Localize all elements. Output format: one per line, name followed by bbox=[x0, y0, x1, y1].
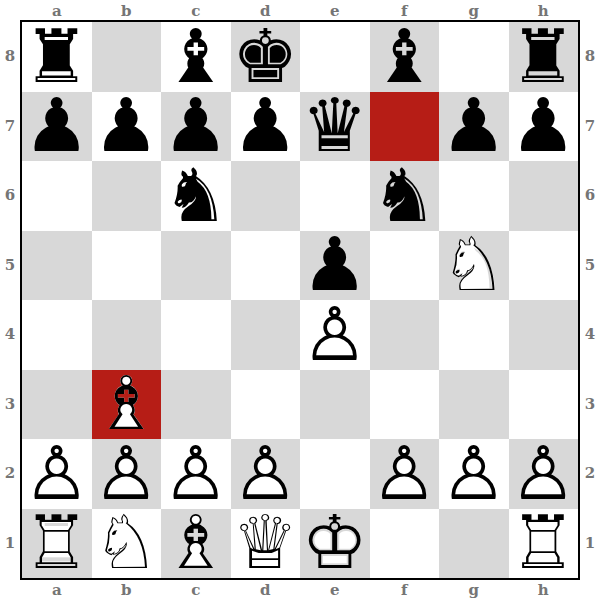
square-c3[interactable] bbox=[161, 370, 231, 440]
square-f3[interactable] bbox=[370, 370, 440, 440]
coord-rank-4-left: 4 bbox=[0, 300, 20, 370]
square-c8[interactable]: ♝ bbox=[161, 22, 231, 92]
square-a6[interactable] bbox=[22, 161, 92, 231]
piece-glyph: ♟ bbox=[300, 227, 370, 301]
square-e3[interactable] bbox=[300, 370, 370, 440]
piece-glyph: ♟ bbox=[439, 88, 509, 162]
square-c5[interactable] bbox=[161, 231, 231, 301]
square-h6[interactable] bbox=[509, 161, 579, 231]
piece-glyph: ♟ bbox=[22, 88, 92, 162]
piece-white-pawn: ♟♙ bbox=[300, 300, 370, 370]
piece-white-pawn: ♟♙ bbox=[22, 439, 92, 509]
piece-outline-glyph: ♙ bbox=[300, 296, 370, 370]
coord-file-b-bottom: b bbox=[92, 580, 162, 600]
square-f7[interactable] bbox=[370, 92, 440, 162]
piece-glyph: ♟ bbox=[161, 88, 231, 162]
coord-rank-6-left: 6 bbox=[0, 161, 20, 231]
square-g4[interactable] bbox=[439, 300, 509, 370]
coord-file-c-bottom: c bbox=[161, 580, 231, 600]
piece-fill-glyph: ♟ bbox=[300, 296, 370, 370]
square-h4[interactable] bbox=[509, 300, 579, 370]
piece-black-pawn: ♟ bbox=[439, 92, 509, 162]
coord-file-f-top: f bbox=[370, 0, 440, 20]
piece-black-rook: ♜ bbox=[22, 22, 92, 92]
piece-glyph: ♜ bbox=[22, 18, 92, 92]
square-a5[interactable] bbox=[22, 231, 92, 301]
piece-white-bishop: ♝♗ bbox=[161, 509, 231, 579]
piece-black-pawn: ♟ bbox=[509, 92, 579, 162]
square-g3[interactable] bbox=[439, 370, 509, 440]
piece-black-knight: ♞ bbox=[161, 161, 231, 231]
chessboard-frame: ♜♝♚♝♜♟♟♟♟♛♟♟♞♞♟♞♘♟♙♝♗♟♙♟♙♟♙♟♙♟♙♟♙♟♙♜♖♞♘♝… bbox=[0, 0, 600, 600]
coord-file-h-bottom: h bbox=[509, 580, 579, 600]
piece-black-rook: ♜ bbox=[509, 22, 579, 92]
piece-outline-glyph: ♙ bbox=[161, 435, 231, 509]
square-h7[interactable]: ♟ bbox=[509, 92, 579, 162]
square-b1[interactable]: ♞♘ bbox=[92, 509, 162, 579]
piece-fill-glyph: ♟ bbox=[22, 435, 92, 509]
piece-black-king: ♚ bbox=[231, 22, 301, 92]
square-d4[interactable] bbox=[231, 300, 301, 370]
piece-fill-glyph: ♟ bbox=[161, 435, 231, 509]
square-e1[interactable]: ♚♔ bbox=[300, 509, 370, 579]
piece-glyph: ♟ bbox=[231, 88, 301, 162]
coord-file-g-top: g bbox=[439, 0, 509, 20]
square-d6[interactable] bbox=[231, 161, 301, 231]
piece-black-pawn: ♟ bbox=[22, 92, 92, 162]
square-c4[interactable] bbox=[161, 300, 231, 370]
piece-black-pawn: ♟ bbox=[231, 92, 301, 162]
piece-fill-glyph: ♞ bbox=[439, 227, 509, 301]
square-g1[interactable] bbox=[439, 509, 509, 579]
piece-outline-glyph: ♙ bbox=[509, 435, 579, 509]
square-d2[interactable]: ♟♙ bbox=[231, 439, 301, 509]
coord-rank-7-left: 7 bbox=[0, 92, 20, 162]
square-e8[interactable] bbox=[300, 22, 370, 92]
piece-fill-glyph: ♟ bbox=[509, 435, 579, 509]
coord-file-a-top: a bbox=[22, 0, 92, 20]
square-h3[interactable] bbox=[509, 370, 579, 440]
piece-white-pawn: ♟♙ bbox=[370, 439, 440, 509]
square-a4[interactable] bbox=[22, 300, 92, 370]
square-b8[interactable] bbox=[92, 22, 162, 92]
square-g2[interactable]: ♟♙ bbox=[439, 439, 509, 509]
square-a7[interactable]: ♟ bbox=[22, 92, 92, 162]
coord-file-e-bottom: e bbox=[300, 580, 370, 600]
piece-fill-glyph: ♞ bbox=[92, 505, 162, 579]
square-d8[interactable]: ♚ bbox=[231, 22, 301, 92]
piece-white-knight: ♞♘ bbox=[92, 509, 162, 579]
square-a2[interactable]: ♟♙ bbox=[22, 439, 92, 509]
square-c6[interactable]: ♞ bbox=[161, 161, 231, 231]
piece-glyph: ♝ bbox=[161, 18, 231, 92]
square-f8[interactable]: ♝ bbox=[370, 22, 440, 92]
piece-glyph: ♞ bbox=[161, 157, 231, 231]
piece-outline-glyph: ♙ bbox=[439, 435, 509, 509]
piece-white-pawn: ♟♙ bbox=[161, 439, 231, 509]
piece-fill-glyph: ♜ bbox=[509, 505, 579, 579]
square-d7[interactable]: ♟ bbox=[231, 92, 301, 162]
coord-file-b-top: b bbox=[92, 0, 162, 20]
piece-glyph: ♟ bbox=[92, 88, 162, 162]
coord-file-d-top: d bbox=[231, 0, 301, 20]
piece-outline-glyph: ♗ bbox=[92, 366, 162, 440]
square-g6[interactable] bbox=[439, 161, 509, 231]
piece-outline-glyph: ♕ bbox=[231, 505, 301, 579]
piece-outline-glyph: ♖ bbox=[509, 505, 579, 579]
piece-black-bishop: ♝ bbox=[161, 22, 231, 92]
coord-rank-7-right: 7 bbox=[580, 92, 600, 162]
coord-rank-8-left: 8 bbox=[0, 22, 20, 92]
piece-white-pawn: ♟♙ bbox=[439, 439, 509, 509]
chess-board: ♜♝♚♝♜♟♟♟♟♛♟♟♞♞♟♞♘♟♙♝♗♟♙♟♙♟♙♟♙♟♙♟♙♟♙♜♖♞♘♝… bbox=[20, 20, 580, 580]
piece-glyph: ♞ bbox=[370, 157, 440, 231]
piece-black-knight: ♞ bbox=[370, 161, 440, 231]
square-a8[interactable]: ♜ bbox=[22, 22, 92, 92]
coord-file-e-top: e bbox=[300, 0, 370, 20]
piece-outline-glyph: ♙ bbox=[92, 435, 162, 509]
piece-outline-glyph: ♖ bbox=[22, 505, 92, 579]
square-b5[interactable] bbox=[92, 231, 162, 301]
piece-outline-glyph: ♔ bbox=[300, 505, 370, 579]
piece-outline-glyph: ♙ bbox=[231, 435, 301, 509]
square-h5[interactable] bbox=[509, 231, 579, 301]
piece-fill-glyph: ♝ bbox=[161, 505, 231, 579]
piece-fill-glyph: ♝ bbox=[92, 366, 162, 440]
square-h8[interactable]: ♜ bbox=[509, 22, 579, 92]
square-f6[interactable]: ♞ bbox=[370, 161, 440, 231]
piece-outline-glyph: ♙ bbox=[370, 435, 440, 509]
square-d3[interactable] bbox=[231, 370, 301, 440]
coord-rank-2-right: 2 bbox=[580, 439, 600, 509]
piece-fill-glyph: ♚ bbox=[300, 505, 370, 579]
piece-outline-glyph: ♘ bbox=[92, 505, 162, 579]
piece-glyph: ♜ bbox=[509, 18, 579, 92]
piece-outline-glyph: ♙ bbox=[22, 435, 92, 509]
square-d5[interactable] bbox=[231, 231, 301, 301]
square-f2[interactable]: ♟♙ bbox=[370, 439, 440, 509]
square-e4[interactable]: ♟♙ bbox=[300, 300, 370, 370]
square-e6[interactable] bbox=[300, 161, 370, 231]
coord-rank-5-left: 5 bbox=[0, 231, 20, 301]
piece-white-rook: ♜♖ bbox=[509, 509, 579, 579]
coord-file-g-bottom: g bbox=[439, 580, 509, 600]
piece-white-bishop: ♝♗ bbox=[92, 370, 162, 440]
piece-fill-glyph: ♜ bbox=[22, 505, 92, 579]
piece-white-rook: ♜♖ bbox=[22, 509, 92, 579]
square-e5[interactable]: ♟ bbox=[300, 231, 370, 301]
coord-file-h-top: h bbox=[509, 0, 579, 20]
piece-white-king: ♚♔ bbox=[300, 509, 370, 579]
coord-file-a-bottom: a bbox=[22, 580, 92, 600]
square-b4[interactable] bbox=[92, 300, 162, 370]
square-f5[interactable] bbox=[370, 231, 440, 301]
piece-black-queen: ♛ bbox=[300, 92, 370, 162]
square-g7[interactable]: ♟ bbox=[439, 92, 509, 162]
piece-fill-glyph: ♟ bbox=[231, 435, 301, 509]
coord-file-d-bottom: d bbox=[231, 580, 301, 600]
square-h1[interactable]: ♜♖ bbox=[509, 509, 579, 579]
piece-glyph: ♝ bbox=[370, 18, 440, 92]
piece-fill-glyph: ♛ bbox=[231, 505, 301, 579]
piece-black-bishop: ♝ bbox=[370, 22, 440, 92]
square-b6[interactable] bbox=[92, 161, 162, 231]
square-f4[interactable] bbox=[370, 300, 440, 370]
square-c7[interactable]: ♟ bbox=[161, 92, 231, 162]
square-b2[interactable]: ♟♙ bbox=[92, 439, 162, 509]
coord-rank-4-right: 4 bbox=[580, 300, 600, 370]
piece-white-queen: ♛♕ bbox=[231, 509, 301, 579]
coord-rank-1-left: 1 bbox=[0, 509, 20, 579]
coord-rank-3-right: 3 bbox=[580, 370, 600, 440]
coord-rank-6-right: 6 bbox=[580, 161, 600, 231]
square-c2[interactable]: ♟♙ bbox=[161, 439, 231, 509]
square-b7[interactable]: ♟ bbox=[92, 92, 162, 162]
square-a3[interactable] bbox=[22, 370, 92, 440]
piece-glyph: ♛ bbox=[300, 88, 370, 162]
square-e7[interactable]: ♛ bbox=[300, 92, 370, 162]
piece-glyph: ♟ bbox=[509, 88, 579, 162]
square-c1[interactable]: ♝♗ bbox=[161, 509, 231, 579]
square-f1[interactable] bbox=[370, 509, 440, 579]
piece-black-pawn: ♟ bbox=[300, 231, 370, 301]
piece-fill-glyph: ♟ bbox=[370, 435, 440, 509]
coord-rank-2-left: 2 bbox=[0, 439, 20, 509]
square-e2[interactable] bbox=[300, 439, 370, 509]
coord-rank-1-right: 1 bbox=[580, 509, 600, 579]
piece-white-pawn: ♟♙ bbox=[92, 439, 162, 509]
piece-outline-glyph: ♗ bbox=[161, 505, 231, 579]
coord-rank-8-right: 8 bbox=[580, 22, 600, 92]
piece-black-pawn: ♟ bbox=[92, 92, 162, 162]
square-b3[interactable]: ♝♗ bbox=[92, 370, 162, 440]
coord-rank-3-left: 3 bbox=[0, 370, 20, 440]
piece-white-pawn: ♟♙ bbox=[231, 439, 301, 509]
piece-fill-glyph: ♟ bbox=[92, 435, 162, 509]
piece-white-pawn: ♟♙ bbox=[509, 439, 579, 509]
square-d1[interactable]: ♛♕ bbox=[231, 509, 301, 579]
square-h2[interactable]: ♟♙ bbox=[509, 439, 579, 509]
piece-black-pawn: ♟ bbox=[161, 92, 231, 162]
piece-outline-glyph: ♘ bbox=[439, 227, 509, 301]
piece-glyph: ♚ bbox=[231, 18, 301, 92]
square-a1[interactable]: ♜♖ bbox=[22, 509, 92, 579]
square-g5[interactable]: ♞♘ bbox=[439, 231, 509, 301]
coord-file-f-bottom: f bbox=[370, 580, 440, 600]
piece-fill-glyph: ♟ bbox=[439, 435, 509, 509]
piece-white-knight: ♞♘ bbox=[439, 231, 509, 301]
square-g8[interactable] bbox=[439, 22, 509, 92]
coord-file-c-top: c bbox=[161, 0, 231, 20]
coord-rank-5-right: 5 bbox=[580, 231, 600, 301]
